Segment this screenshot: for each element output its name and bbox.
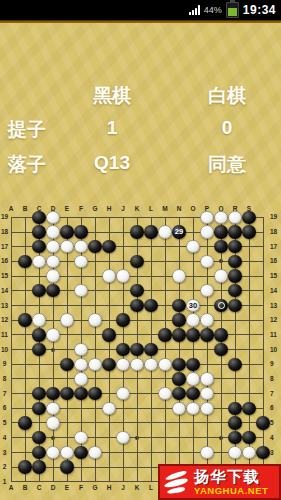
intersection-J5[interactable]: [116, 416, 130, 431]
intersection-L18[interactable]: [144, 225, 158, 240]
intersection-G10[interactable]: [88, 342, 102, 357]
intersection-C13[interactable]: [32, 298, 46, 313]
intersection-A9[interactable]: [4, 357, 18, 372]
intersection-B7[interactable]: [18, 386, 32, 401]
intersection-D12[interactable]: [46, 313, 60, 328]
intersection-R8[interactable]: [228, 372, 242, 387]
intersection-B8[interactable]: [18, 372, 32, 387]
intersection-P8[interactable]: [200, 372, 214, 387]
intersection-C12[interactable]: [32, 313, 46, 328]
intersection-A5[interactable]: [4, 416, 18, 431]
intersection-H6[interactable]: [102, 401, 116, 416]
intersection-E1[interactable]: [60, 474, 74, 489]
intersection-D11[interactable]: [46, 328, 60, 343]
intersection-G11[interactable]: [88, 328, 102, 343]
intersection-T10[interactable]: [256, 342, 270, 357]
intersection-G9[interactable]: [88, 357, 102, 372]
intersection-G7[interactable]: [88, 386, 102, 401]
intersection-E5[interactable]: [60, 416, 74, 431]
intersection-F15[interactable]: [74, 269, 88, 284]
intersection-D16[interactable]: [46, 254, 60, 269]
intersection-J8[interactable]: [116, 372, 130, 387]
intersection-O11[interactable]: [186, 328, 200, 343]
intersection-E4[interactable]: [60, 430, 74, 445]
intersection-M19[interactable]: [158, 210, 172, 225]
intersection-M17[interactable]: [158, 239, 172, 254]
intersection-F9[interactable]: [74, 357, 88, 372]
intersection-C9[interactable]: [32, 357, 46, 372]
intersection-D6[interactable]: [46, 401, 60, 416]
intersection-E11[interactable]: [60, 328, 74, 343]
intersection-T14[interactable]: [256, 283, 270, 298]
intersection-G16[interactable]: [88, 254, 102, 269]
intersection-H2[interactable]: [102, 460, 116, 475]
intersection-D10[interactable]: [46, 342, 60, 357]
intersection-M14[interactable]: [158, 283, 172, 298]
intersection-B9[interactable]: [18, 357, 32, 372]
intersection-R10[interactable]: [228, 342, 242, 357]
intersection-F2[interactable]: [74, 460, 88, 475]
intersection-H15[interactable]: [102, 269, 116, 284]
intersection-E12[interactable]: [60, 313, 74, 328]
intersection-J12[interactable]: [116, 313, 130, 328]
intersection-G18[interactable]: [88, 225, 102, 240]
intersection-E3[interactable]: [60, 445, 74, 460]
intersection-A13[interactable]: [4, 298, 18, 313]
intersection-K11[interactable]: [130, 328, 144, 343]
intersection-Q8[interactable]: [214, 372, 228, 387]
intersection-J7[interactable]: [116, 386, 130, 401]
intersection-G17[interactable]: [88, 239, 102, 254]
intersection-J18[interactable]: [116, 225, 130, 240]
intersection-A6[interactable]: [4, 401, 18, 416]
intersection-A16[interactable]: [4, 254, 18, 269]
intersection-J19[interactable]: [116, 210, 130, 225]
intersection-Q10[interactable]: [214, 342, 228, 357]
intersection-S15[interactable]: [242, 269, 256, 284]
intersection-R6[interactable]: [228, 401, 242, 416]
intersection-A7[interactable]: [4, 386, 18, 401]
intersection-T11[interactable]: [256, 328, 270, 343]
intersection-H3[interactable]: [102, 445, 116, 460]
intersection-L17[interactable]: [144, 239, 158, 254]
intersection-C14[interactable]: [32, 283, 46, 298]
intersection-B18[interactable]: [18, 225, 32, 240]
intersection-R14[interactable]: [228, 283, 242, 298]
intersection-P7[interactable]: [200, 386, 214, 401]
intersection-D5[interactable]: [46, 416, 60, 431]
intersection-F14[interactable]: [74, 283, 88, 298]
intersection-R16[interactable]: [228, 254, 242, 269]
intersection-A19[interactable]: [4, 210, 18, 225]
intersection-N10[interactable]: [172, 342, 186, 357]
intersection-B5[interactable]: [18, 416, 32, 431]
intersection-P3[interactable]: [200, 445, 214, 460]
intersection-B10[interactable]: [18, 342, 32, 357]
intersection-N14[interactable]: [172, 283, 186, 298]
intersection-N17[interactable]: [172, 239, 186, 254]
intersection-R19[interactable]: [228, 210, 242, 225]
intersection-C17[interactable]: [32, 239, 46, 254]
intersection-J1[interactable]: [116, 474, 130, 489]
intersection-J4[interactable]: [116, 430, 130, 445]
intersection-O8[interactable]: [186, 372, 200, 387]
intersection-R13[interactable]: [228, 298, 242, 313]
intersection-T18[interactable]: [256, 225, 270, 240]
intersection-D7[interactable]: [46, 386, 60, 401]
intersection-D1[interactable]: [46, 474, 60, 489]
intersection-H12[interactable]: [102, 313, 116, 328]
intersection-P19[interactable]: [200, 210, 214, 225]
intersection-L4[interactable]: [144, 430, 158, 445]
intersection-Q9[interactable]: [214, 357, 228, 372]
intersection-S4[interactable]: [242, 430, 256, 445]
intersection-D8[interactable]: [46, 372, 60, 387]
intersection-T6[interactable]: [256, 401, 270, 416]
intersection-E15[interactable]: [60, 269, 74, 284]
intersection-K5[interactable]: [130, 416, 144, 431]
intersection-B4[interactable]: [18, 430, 32, 445]
intersection-E16[interactable]: [60, 254, 74, 269]
intersection-K16[interactable]: [130, 254, 144, 269]
intersection-A4[interactable]: [4, 430, 18, 445]
intersection-B13[interactable]: [18, 298, 32, 313]
intersection-C11[interactable]: [32, 328, 46, 343]
intersection-Q3[interactable]: [214, 445, 228, 460]
intersection-D19[interactable]: [46, 210, 60, 225]
intersection-L13[interactable]: [144, 298, 158, 313]
intersection-K12[interactable]: [130, 313, 144, 328]
intersection-K2[interactable]: [130, 460, 144, 475]
intersection-R18[interactable]: [228, 225, 242, 240]
intersection-S16[interactable]: [242, 254, 256, 269]
go-board[interactable]: 2930: [4, 210, 270, 489]
intersection-F8[interactable]: [74, 372, 88, 387]
intersection-C16[interactable]: [32, 254, 46, 269]
intersection-J10[interactable]: [116, 342, 130, 357]
intersection-O5[interactable]: [186, 416, 200, 431]
intersection-P13[interactable]: [200, 298, 214, 313]
intersection-O4[interactable]: [186, 430, 200, 445]
intersection-T9[interactable]: [256, 357, 270, 372]
intersection-G2[interactable]: [88, 460, 102, 475]
intersection-T7[interactable]: [256, 386, 270, 401]
intersection-B17[interactable]: [18, 239, 32, 254]
intersection-O9[interactable]: [186, 357, 200, 372]
intersection-K19[interactable]: [130, 210, 144, 225]
intersection-P5[interactable]: [200, 416, 214, 431]
intersection-B2[interactable]: [18, 460, 32, 475]
intersection-A18[interactable]: [4, 225, 18, 240]
intersection-T17[interactable]: [256, 239, 270, 254]
intersection-M6[interactable]: [158, 401, 172, 416]
intersection-A3[interactable]: [4, 445, 18, 460]
intersection-N12[interactable]: [172, 313, 186, 328]
intersection-N18[interactable]: 29: [172, 225, 186, 240]
intersection-E17[interactable]: [60, 239, 74, 254]
intersection-Q16[interactable]: [214, 254, 228, 269]
intersection-A8[interactable]: [4, 372, 18, 387]
intersection-Q19[interactable]: [214, 210, 228, 225]
intersection-S14[interactable]: [242, 283, 256, 298]
intersection-N13[interactable]: [172, 298, 186, 313]
intersection-G8[interactable]: [88, 372, 102, 387]
intersection-Q7[interactable]: [214, 386, 228, 401]
intersection-E8[interactable]: [60, 372, 74, 387]
intersection-G19[interactable]: [88, 210, 102, 225]
intersection-P11[interactable]: [200, 328, 214, 343]
intersection-J17[interactable]: [116, 239, 130, 254]
intersection-M16[interactable]: [158, 254, 172, 269]
intersection-O19[interactable]: [186, 210, 200, 225]
intersection-T4[interactable]: [256, 430, 270, 445]
intersection-B1[interactable]: [18, 474, 32, 489]
intersection-K15[interactable]: [130, 269, 144, 284]
intersection-F10[interactable]: [74, 342, 88, 357]
intersection-Q11[interactable]: [214, 328, 228, 343]
intersection-S18[interactable]: [242, 225, 256, 240]
intersection-M10[interactable]: [158, 342, 172, 357]
intersection-B11[interactable]: [18, 328, 32, 343]
intersection-E10[interactable]: [60, 342, 74, 357]
intersection-K8[interactable]: [130, 372, 144, 387]
intersection-A1[interactable]: [4, 474, 18, 489]
intersection-P12[interactable]: [200, 313, 214, 328]
intersection-P18[interactable]: [200, 225, 214, 240]
intersection-B14[interactable]: [18, 283, 32, 298]
intersection-R4[interactable]: [228, 430, 242, 445]
intersection-B6[interactable]: [18, 401, 32, 416]
intersection-J3[interactable]: [116, 445, 130, 460]
intersection-K1[interactable]: [130, 474, 144, 489]
intersection-L2[interactable]: [144, 460, 158, 475]
intersection-K3[interactable]: [130, 445, 144, 460]
intersection-T16[interactable]: [256, 254, 270, 269]
intersection-O15[interactable]: [186, 269, 200, 284]
intersection-N8[interactable]: [172, 372, 186, 387]
intersection-L7[interactable]: [144, 386, 158, 401]
intersection-Q12[interactable]: [214, 313, 228, 328]
intersection-D9[interactable]: [46, 357, 60, 372]
intersection-O3[interactable]: [186, 445, 200, 460]
intersection-K6[interactable]: [130, 401, 144, 416]
intersection-H19[interactable]: [102, 210, 116, 225]
intersection-O6[interactable]: [186, 401, 200, 416]
intersection-B15[interactable]: [18, 269, 32, 284]
intersection-M11[interactable]: [158, 328, 172, 343]
intersection-F3[interactable]: [74, 445, 88, 460]
intersection-P16[interactable]: [200, 254, 214, 269]
intersection-G6[interactable]: [88, 401, 102, 416]
intersection-S3[interactable]: [242, 445, 256, 460]
intersection-T12[interactable]: [256, 313, 270, 328]
intersection-O14[interactable]: [186, 283, 200, 298]
intersection-K18[interactable]: [130, 225, 144, 240]
intersection-R3[interactable]: [228, 445, 242, 460]
intersection-E18[interactable]: [60, 225, 74, 240]
intersection-O12[interactable]: [186, 313, 200, 328]
intersection-F6[interactable]: [74, 401, 88, 416]
white-move-value[interactable]: 同意: [178, 152, 276, 178]
intersection-N5[interactable]: [172, 416, 186, 431]
intersection-G14[interactable]: [88, 283, 102, 298]
intersection-G4[interactable]: [88, 430, 102, 445]
intersection-E6[interactable]: [60, 401, 74, 416]
intersection-H10[interactable]: [102, 342, 116, 357]
intersection-Q15[interactable]: [214, 269, 228, 284]
intersection-O7[interactable]: [186, 386, 200, 401]
intersection-A2[interactable]: [4, 460, 18, 475]
intersection-G12[interactable]: [88, 313, 102, 328]
intersection-K14[interactable]: [130, 283, 144, 298]
intersection-F4[interactable]: [74, 430, 88, 445]
intersection-J15[interactable]: [116, 269, 130, 284]
intersection-J14[interactable]: [116, 283, 130, 298]
intersection-R5[interactable]: [228, 416, 242, 431]
intersection-L5[interactable]: [144, 416, 158, 431]
intersection-S8[interactable]: [242, 372, 256, 387]
intersection-Q4[interactable]: [214, 430, 228, 445]
intersection-T5[interactable]: [256, 416, 270, 431]
intersection-E13[interactable]: [60, 298, 74, 313]
intersection-O13[interactable]: 30: [186, 298, 200, 313]
intersection-M5[interactable]: [158, 416, 172, 431]
intersection-K4[interactable]: [130, 430, 144, 445]
intersection-C7[interactable]: [32, 386, 46, 401]
intersection-C19[interactable]: [32, 210, 46, 225]
intersection-B12[interactable]: [18, 313, 32, 328]
intersection-F19[interactable]: [74, 210, 88, 225]
intersection-F11[interactable]: [74, 328, 88, 343]
intersection-S13[interactable]: [242, 298, 256, 313]
intersection-P17[interactable]: [200, 239, 214, 254]
intersection-M15[interactable]: [158, 269, 172, 284]
intersection-L15[interactable]: [144, 269, 158, 284]
intersection-H13[interactable]: [102, 298, 116, 313]
intersection-O17[interactable]: [186, 239, 200, 254]
intersection-B16[interactable]: [18, 254, 32, 269]
intersection-N4[interactable]: [172, 430, 186, 445]
intersection-N11[interactable]: [172, 328, 186, 343]
intersection-H7[interactable]: [102, 386, 116, 401]
intersection-C3[interactable]: [32, 445, 46, 460]
intersection-C6[interactable]: [32, 401, 46, 416]
intersection-C4[interactable]: [32, 430, 46, 445]
intersection-F7[interactable]: [74, 386, 88, 401]
intersection-K9[interactable]: [130, 357, 144, 372]
intersection-L19[interactable]: [144, 210, 158, 225]
intersection-H9[interactable]: [102, 357, 116, 372]
intersection-F18[interactable]: [74, 225, 88, 240]
intersection-T19[interactable]: [256, 210, 270, 225]
intersection-Q17[interactable]: [214, 239, 228, 254]
intersection-P15[interactable]: [200, 269, 214, 284]
intersection-N3[interactable]: [172, 445, 186, 460]
intersection-G1[interactable]: [88, 474, 102, 489]
intersection-D14[interactable]: [46, 283, 60, 298]
intersection-N6[interactable]: [172, 401, 186, 416]
intersection-S7[interactable]: [242, 386, 256, 401]
intersection-Q5[interactable]: [214, 416, 228, 431]
intersection-H4[interactable]: [102, 430, 116, 445]
intersection-E2[interactable]: [60, 460, 74, 475]
intersection-A14[interactable]: [4, 283, 18, 298]
intersection-T13[interactable]: [256, 298, 270, 313]
intersection-M9[interactable]: [158, 357, 172, 372]
intersection-R7[interactable]: [228, 386, 242, 401]
intersection-T8[interactable]: [256, 372, 270, 387]
intersection-J13[interactable]: [116, 298, 130, 313]
intersection-C2[interactable]: [32, 460, 46, 475]
intersection-Q6[interactable]: [214, 401, 228, 416]
intersection-L3[interactable]: [144, 445, 158, 460]
intersection-P9[interactable]: [200, 357, 214, 372]
intersection-D18[interactable]: [46, 225, 60, 240]
intersection-P10[interactable]: [200, 342, 214, 357]
intersection-N7[interactable]: [172, 386, 186, 401]
intersection-M12[interactable]: [158, 313, 172, 328]
intersection-G15[interactable]: [88, 269, 102, 284]
intersection-M18[interactable]: [158, 225, 172, 240]
intersection-L8[interactable]: [144, 372, 158, 387]
intersection-C18[interactable]: [32, 225, 46, 240]
intersection-O18[interactable]: [186, 225, 200, 240]
intersection-M13[interactable]: [158, 298, 172, 313]
intersection-D15[interactable]: [46, 269, 60, 284]
intersection-A15[interactable]: [4, 269, 18, 284]
intersection-P6[interactable]: [200, 401, 214, 416]
intersection-C5[interactable]: [32, 416, 46, 431]
intersection-F5[interactable]: [74, 416, 88, 431]
intersection-P4[interactable]: [200, 430, 214, 445]
intersection-N15[interactable]: [172, 269, 186, 284]
intersection-A11[interactable]: [4, 328, 18, 343]
intersection-S5[interactable]: [242, 416, 256, 431]
intersection-L11[interactable]: [144, 328, 158, 343]
intersection-E19[interactable]: [60, 210, 74, 225]
intersection-E7[interactable]: [60, 386, 74, 401]
intersection-H11[interactable]: [102, 328, 116, 343]
intersection-S12[interactable]: [242, 313, 256, 328]
intersection-K17[interactable]: [130, 239, 144, 254]
intersection-K7[interactable]: [130, 386, 144, 401]
intersection-L12[interactable]: [144, 313, 158, 328]
intersection-A12[interactable]: [4, 313, 18, 328]
intersection-H14[interactable]: [102, 283, 116, 298]
intersection-S17[interactable]: [242, 239, 256, 254]
intersection-N19[interactable]: [172, 210, 186, 225]
intersection-J9[interactable]: [116, 357, 130, 372]
intersection-H18[interactable]: [102, 225, 116, 240]
intersection-J6[interactable]: [116, 401, 130, 416]
intersection-F17[interactable]: [74, 239, 88, 254]
intersection-H5[interactable]: [102, 416, 116, 431]
intersection-D17[interactable]: [46, 239, 60, 254]
intersection-L9[interactable]: [144, 357, 158, 372]
intersection-S11[interactable]: [242, 328, 256, 343]
intersection-D4[interactable]: [46, 430, 60, 445]
intersection-M4[interactable]: [158, 430, 172, 445]
intersection-K13[interactable]: [130, 298, 144, 313]
intersection-L10[interactable]: [144, 342, 158, 357]
intersection-S6[interactable]: [242, 401, 256, 416]
intersection-L1[interactable]: [144, 474, 158, 489]
intersection-D3[interactable]: [46, 445, 60, 460]
intersection-Q18[interactable]: [214, 225, 228, 240]
intersection-R9[interactable]: [228, 357, 242, 372]
intersection-C8[interactable]: [32, 372, 46, 387]
intersection-J2[interactable]: [116, 460, 130, 475]
